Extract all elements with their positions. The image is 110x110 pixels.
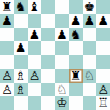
square-d5[interactable] — [41, 41, 55, 55]
piece-white-rook: ♖ — [97, 96, 108, 109]
piece-white-bishop: ♗ — [15, 69, 26, 82]
square-f8[interactable] — [69, 0, 83, 14]
square-g7[interactable]: ♟ — [83, 14, 97, 28]
square-a8[interactable]: ♜ — [0, 0, 14, 14]
square-c7[interactable] — [28, 14, 42, 28]
square-d6[interactable] — [41, 28, 55, 42]
square-a3[interactable]: ♙ — [0, 69, 14, 83]
piece-black-pawn: ♟ — [97, 14, 108, 27]
piece-white-knight: ♘ — [84, 69, 95, 82]
square-a2[interactable]: ♙ — [0, 83, 14, 97]
square-a6[interactable] — [0, 28, 14, 42]
piece-white-knight: ♘ — [56, 83, 67, 96]
square-a4[interactable] — [0, 55, 14, 69]
piece-black-pawn: ♟ — [56, 28, 67, 41]
square-c4[interactable] — [28, 55, 42, 69]
square-f4[interactable] — [69, 55, 83, 69]
square-c2[interactable] — [28, 83, 42, 97]
piece-black-pawn: ♟ — [84, 14, 95, 27]
square-g8[interactable]: ♚ — [83, 0, 97, 14]
square-f3[interactable]: ♜ — [69, 69, 83, 83]
piece-white-king: ♔ — [56, 96, 67, 109]
square-b5[interactable]: ♟ — [14, 41, 28, 55]
square-h6[interactable] — [96, 28, 110, 42]
square-h4[interactable] — [96, 55, 110, 69]
square-h5[interactable] — [96, 41, 110, 55]
square-d4[interactable] — [41, 55, 55, 69]
square-b7[interactable] — [14, 14, 28, 28]
square-e7[interactable] — [55, 14, 69, 28]
chess-board-diagram: ♜♞♝♚♟♟♟♟♟♟♞♟♙♗♙♜♘♙♗♘♙♔♖ — [0, 0, 110, 110]
piece-black-bishop: ♝ — [29, 0, 40, 13]
piece-black-knight: ♞ — [15, 0, 26, 13]
square-f2[interactable] — [69, 83, 83, 97]
piece-black-knight: ♞ — [70, 28, 81, 41]
square-a7[interactable]: ♟ — [0, 14, 14, 28]
square-c5[interactable] — [28, 41, 42, 55]
square-h2[interactable]: ♙ — [96, 83, 110, 97]
piece-black-king: ♚ — [84, 0, 95, 13]
square-e6[interactable]: ♟ — [55, 28, 69, 42]
square-b3[interactable]: ♗ — [14, 69, 28, 83]
square-d8[interactable] — [41, 0, 55, 14]
square-g6[interactable] — [83, 28, 97, 42]
piece-black-pawn: ♟ — [1, 14, 12, 27]
square-b2[interactable]: ♗ — [14, 83, 28, 97]
square-d7[interactable] — [41, 14, 55, 28]
piece-white-pawn: ♙ — [29, 69, 40, 82]
square-d1[interactable] — [41, 96, 55, 110]
square-a5[interactable] — [0, 41, 14, 55]
chess-board: ♜♞♝♚♟♟♟♟♟♟♞♟♙♗♙♜♘♙♗♘♙♔♖ — [0, 0, 110, 110]
square-e1[interactable]: ♔ — [55, 96, 69, 110]
square-f7[interactable]: ♟ — [69, 14, 83, 28]
piece-black-pawn: ♟ — [15, 41, 26, 54]
square-g3[interactable]: ♘ — [83, 69, 97, 83]
square-d3[interactable] — [41, 69, 55, 83]
piece-white-pawn: ♙ — [97, 83, 108, 96]
piece-black-pawn: ♟ — [29, 28, 40, 41]
piece-white-pawn: ♙ — [1, 83, 12, 96]
square-c6[interactable]: ♟ — [28, 28, 42, 42]
square-c8[interactable]: ♝ — [28, 0, 42, 14]
square-f5[interactable] — [69, 41, 83, 55]
piece-black-pawn: ♟ — [70, 14, 81, 27]
square-b1[interactable] — [14, 96, 28, 110]
square-g5[interactable] — [83, 41, 97, 55]
square-e5[interactable] — [55, 41, 69, 55]
piece-white-pawn: ♙ — [1, 69, 12, 82]
piece-black-rook: ♜ — [1, 0, 12, 13]
square-g1[interactable] — [83, 96, 97, 110]
square-h1[interactable]: ♖ — [96, 96, 110, 110]
square-g4[interactable] — [83, 55, 97, 69]
square-h3[interactable] — [96, 69, 110, 83]
square-e4[interactable] — [55, 55, 69, 69]
square-e3[interactable] — [55, 69, 69, 83]
square-b8[interactable]: ♞ — [14, 0, 28, 14]
square-d2[interactable] — [41, 83, 55, 97]
square-f6[interactable]: ♞ — [69, 28, 83, 42]
square-g2[interactable] — [83, 83, 97, 97]
square-c1[interactable] — [28, 96, 42, 110]
square-e2[interactable]: ♘ — [55, 83, 69, 97]
square-h8[interactable] — [96, 0, 110, 14]
piece-black-rook: ♜ — [70, 69, 81, 82]
square-e8[interactable] — [55, 0, 69, 14]
square-b4[interactable] — [14, 55, 28, 69]
square-c3[interactable]: ♙ — [28, 69, 42, 83]
square-a1[interactable] — [0, 96, 14, 110]
square-b6[interactable] — [14, 28, 28, 42]
square-h7[interactable]: ♟ — [96, 14, 110, 28]
piece-white-bishop: ♗ — [15, 83, 26, 96]
square-f1[interactable] — [69, 96, 83, 110]
